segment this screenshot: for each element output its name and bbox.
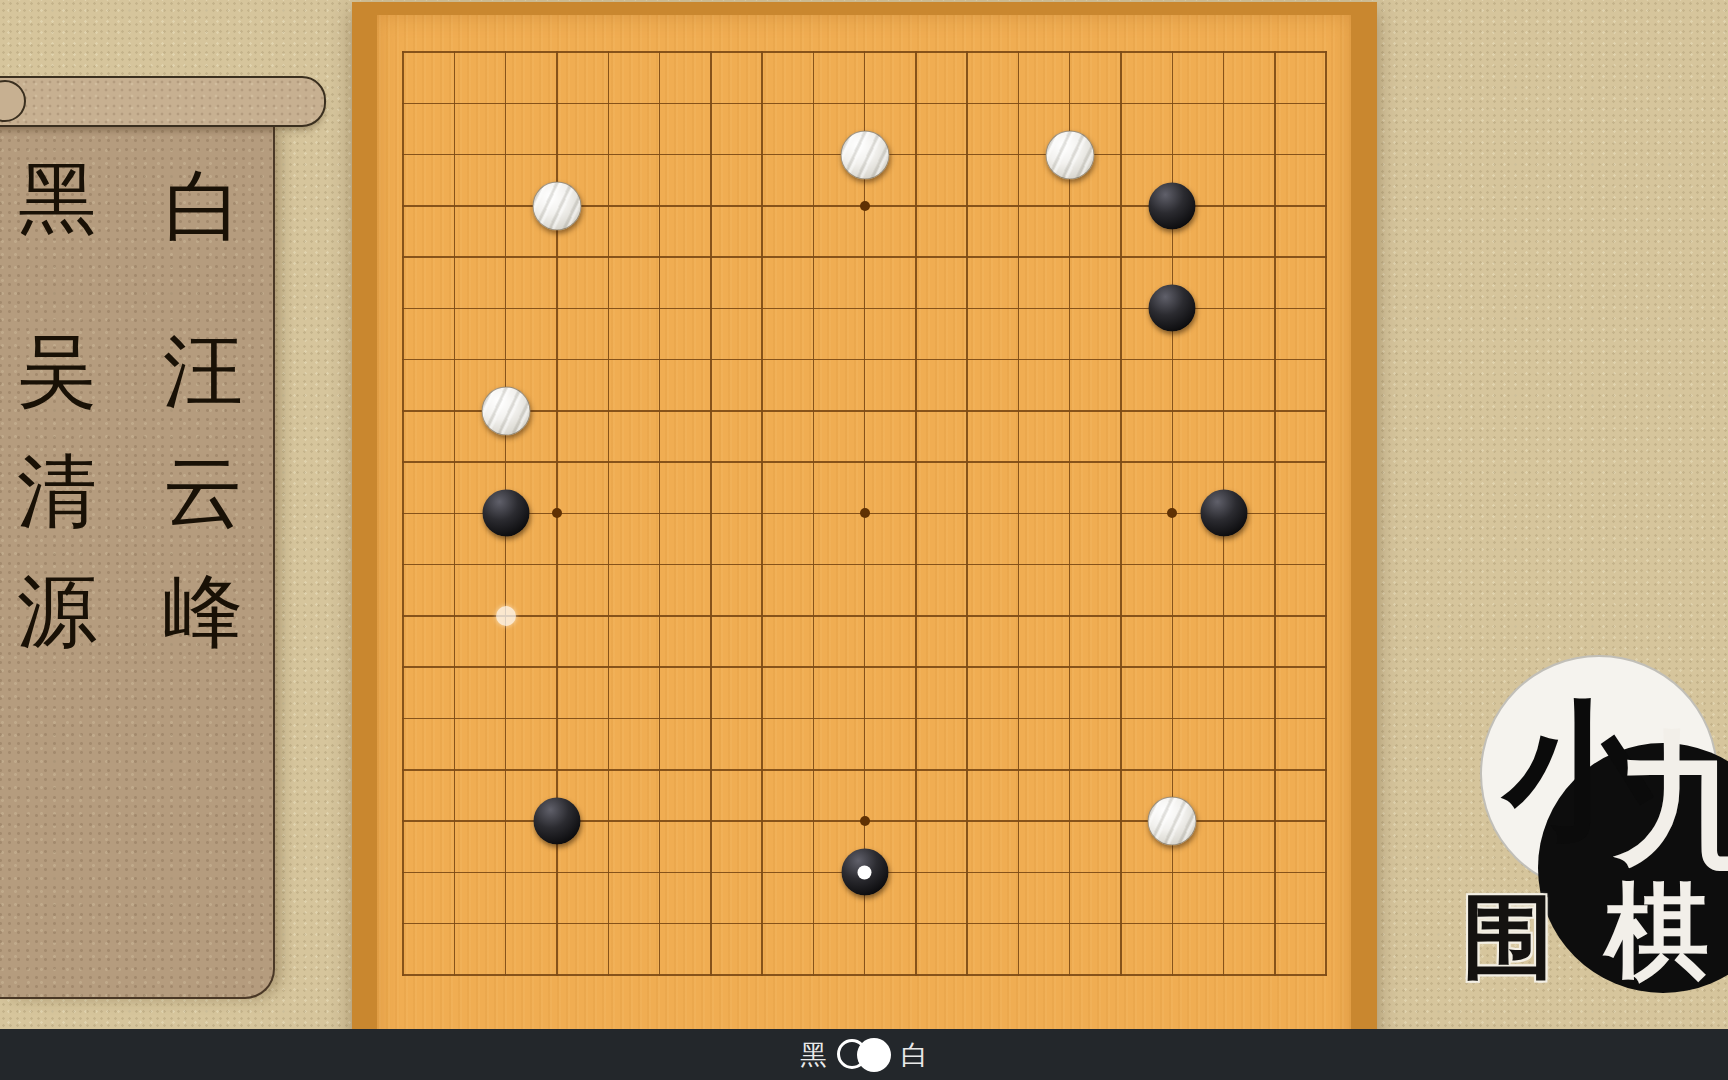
player-name-char: 清 [17, 450, 97, 534]
toggle-black-label[interactable]: 黑 [800, 1041, 827, 1068]
go-board[interactable] [352, 2, 1377, 1062]
player-name-char: 源 [17, 570, 97, 654]
bottom-bar: 黑 白 [0, 1029, 1728, 1080]
logo-char-wei: 围 [1448, 885, 1568, 987]
logo-char-jiu: 九 [1608, 722, 1728, 878]
white-player-name: 汪云峰 [138, 330, 268, 654]
player-name-char: 云 [163, 450, 243, 534]
logo-char-qi: 棋 [1587, 873, 1727, 989]
color-toggle[interactable] [837, 1037, 891, 1073]
black-player-name: 吴清源 [0, 330, 122, 654]
black-side-label: 黑 [0, 158, 122, 238]
app-screen: 黑 白 吴清源 汪云峰 小 九 围 棋 黑 白 [0, 0, 1728, 1080]
player-name-char: 峰 [163, 570, 243, 654]
go-board-face [377, 15, 1351, 1052]
scroll-roller-bar [0, 76, 326, 127]
player-name-char: 汪 [163, 330, 243, 414]
toggle-white-circle [857, 1038, 891, 1072]
player-name-char: 吴 [17, 330, 97, 414]
toggle-white-label[interactable]: 白 [901, 1041, 928, 1068]
white-side-label: 白 [138, 166, 268, 246]
